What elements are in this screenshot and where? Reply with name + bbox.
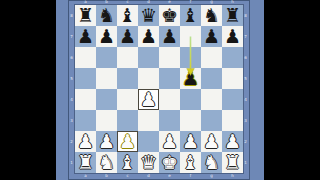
rank-label-right-2: 2 xyxy=(244,140,247,144)
board-background: ♜♞♝♛♚♝♞♜♟♟♟♟♟♟♟♟♟♟♟♟♟♟♟♟♜♞♝♛♚♝♞♜ aabbccd… xyxy=(56,0,264,180)
rank-label-left-2: 2 xyxy=(70,140,73,144)
square-a2[interactable]: ♟ xyxy=(75,131,96,152)
square-h6[interactable] xyxy=(222,47,243,68)
square-b5[interactable] xyxy=(96,68,117,89)
square-f2[interactable]: ♟ xyxy=(180,131,201,152)
square-h4[interactable] xyxy=(222,89,243,110)
file-label-top-d: d xyxy=(147,0,150,4)
rank-label-right-1: 1 xyxy=(244,161,247,165)
square-f5[interactable]: ♟ xyxy=(180,68,201,89)
square-f3[interactable] xyxy=(180,110,201,131)
square-g2[interactable]: ♟ xyxy=(201,131,222,152)
square-d3[interactable] xyxy=(138,110,159,131)
square-e1[interactable]: ♚ xyxy=(159,152,180,173)
piece-white-pawn: ♟ xyxy=(77,131,94,152)
piece-black-queen: ♛ xyxy=(140,5,157,26)
square-d7[interactable]: ♟ xyxy=(138,26,159,47)
square-b3[interactable] xyxy=(96,110,117,131)
rank-label-left-1: 1 xyxy=(70,161,73,165)
square-g3[interactable] xyxy=(201,110,222,131)
piece-black-pawn: ♟ xyxy=(98,26,115,47)
rank-label-left-5: 5 xyxy=(70,77,73,81)
piece-white-knight: ♞ xyxy=(98,152,115,173)
file-label-top-c: c xyxy=(126,0,128,4)
square-d2[interactable] xyxy=(138,131,159,152)
letterbox-right xyxy=(264,0,320,180)
square-h3[interactable] xyxy=(222,110,243,131)
rank-label-right-7: 7 xyxy=(244,35,247,39)
piece-white-pawn: ♟ xyxy=(203,131,220,152)
square-f4[interactable] xyxy=(180,89,201,110)
file-label-bottom-h: h xyxy=(231,174,234,178)
piece-black-pawn: ♟ xyxy=(224,26,241,47)
piece-white-bishop: ♝ xyxy=(119,152,136,173)
square-g7[interactable]: ♟ xyxy=(201,26,222,47)
file-label-bottom-f: f xyxy=(190,174,191,178)
rank-label-left-6: 6 xyxy=(70,56,73,60)
rank-label-left-7: 7 xyxy=(70,35,73,39)
piece-white-pawn: ♟ xyxy=(161,131,178,152)
piece-white-knight: ♞ xyxy=(203,152,220,173)
square-f8[interactable]: ♝ xyxy=(180,5,201,26)
piece-black-pawn: ♟ xyxy=(182,68,199,89)
piece-black-king: ♚ xyxy=(161,5,178,26)
piece-white-pawn: ♟ xyxy=(98,131,115,152)
square-a6[interactable] xyxy=(75,47,96,68)
piece-white-king: ♚ xyxy=(161,152,178,173)
rank-label-left-8: 8 xyxy=(70,14,73,18)
square-c3[interactable] xyxy=(117,110,138,131)
square-h2[interactable]: ♟ xyxy=(222,131,243,152)
piece-white-pawn: ♟ xyxy=(224,131,241,152)
square-f1[interactable]: ♝ xyxy=(180,152,201,173)
square-c6[interactable] xyxy=(117,47,138,68)
file-label-top-g: g xyxy=(210,0,213,4)
square-e3[interactable] xyxy=(159,110,180,131)
square-e4[interactable] xyxy=(159,89,180,110)
piece-black-rook: ♜ xyxy=(224,5,241,26)
square-d6[interactable] xyxy=(138,47,159,68)
square-d8[interactable]: ♛ xyxy=(138,5,159,26)
square-h7[interactable]: ♟ xyxy=(222,26,243,47)
piece-white-pawn: ♟ xyxy=(119,131,136,152)
square-g1[interactable]: ♞ xyxy=(201,152,222,173)
square-c5[interactable] xyxy=(117,68,138,89)
square-a7[interactable]: ♟ xyxy=(75,26,96,47)
square-e6[interactable] xyxy=(159,47,180,68)
file-label-top-b: b xyxy=(105,0,108,4)
rank-label-left-3: 3 xyxy=(70,119,73,123)
square-c7[interactable]: ♟ xyxy=(117,26,138,47)
file-label-bottom-c: c xyxy=(126,174,128,178)
square-g4[interactable] xyxy=(201,89,222,110)
square-b7[interactable]: ♟ xyxy=(96,26,117,47)
square-b1[interactable]: ♞ xyxy=(96,152,117,173)
letterbox-left xyxy=(0,0,56,180)
piece-black-bishop: ♝ xyxy=(119,5,136,26)
square-f7[interactable] xyxy=(180,26,201,47)
square-e2[interactable]: ♟ xyxy=(159,131,180,152)
piece-black-rook: ♜ xyxy=(77,5,94,26)
square-a8[interactable]: ♜ xyxy=(75,5,96,26)
square-d1[interactable]: ♛ xyxy=(138,152,159,173)
piece-black-knight: ♞ xyxy=(98,5,115,26)
rank-label-left-4: 4 xyxy=(70,98,73,102)
square-h8[interactable]: ♜ xyxy=(222,5,243,26)
square-c4[interactable] xyxy=(117,89,138,110)
file-label-bottom-a: a xyxy=(84,174,86,178)
file-label-bottom-g: g xyxy=(210,174,213,178)
piece-white-rook: ♜ xyxy=(224,152,241,173)
rank-label-right-6: 6 xyxy=(244,56,247,60)
file-label-bottom-d: d xyxy=(147,174,150,178)
chess-board: ♜♞♝♛♚♝♞♜♟♟♟♟♟♟♟♟♟♟♟♟♟♟♟♟♜♞♝♛♚♝♞♜ xyxy=(75,5,243,173)
rank-label-right-8: 8 xyxy=(244,14,247,18)
square-b6[interactable] xyxy=(96,47,117,68)
square-e7[interactable]: ♟ xyxy=(159,26,180,47)
square-b2[interactable]: ♟ xyxy=(96,131,117,152)
piece-black-pawn: ♟ xyxy=(203,26,220,47)
piece-white-pawn: ♟ xyxy=(182,131,199,152)
square-g5[interactable] xyxy=(201,68,222,89)
file-label-bottom-e: e xyxy=(168,174,170,178)
square-f6[interactable] xyxy=(180,47,201,68)
piece-white-bishop: ♝ xyxy=(182,152,199,173)
square-e5[interactable] xyxy=(159,68,180,89)
piece-black-pawn: ♟ xyxy=(140,26,157,47)
square-e8[interactable]: ♚ xyxy=(159,5,180,26)
square-c2[interactable]: ♟ xyxy=(117,131,138,152)
square-g6[interactable] xyxy=(201,47,222,68)
rank-label-right-5: 5 xyxy=(244,77,247,81)
square-b8[interactable]: ♞ xyxy=(96,5,117,26)
square-d5[interactable] xyxy=(138,68,159,89)
file-label-top-f: f xyxy=(190,0,191,4)
square-b4[interactable] xyxy=(96,89,117,110)
piece-black-pawn: ♟ xyxy=(161,26,178,47)
piece-white-queen: ♛ xyxy=(140,152,157,173)
file-label-top-a: a xyxy=(84,0,86,4)
piece-black-pawn: ♟ xyxy=(77,26,94,47)
video-frame: ♜♞♝♛♚♝♞♜♟♟♟♟♟♟♟♟♟♟♟♟♟♟♟♟♜♞♝♛♚♝♞♜ aabbccd… xyxy=(0,0,320,180)
square-c8[interactable]: ♝ xyxy=(117,5,138,26)
piece-white-rook: ♜ xyxy=(77,152,94,173)
piece-black-bishop: ♝ xyxy=(182,5,199,26)
rank-label-right-3: 3 xyxy=(244,119,247,123)
file-label-top-h: h xyxy=(231,0,234,4)
square-a1[interactable]: ♜ xyxy=(75,152,96,173)
file-label-top-e: e xyxy=(168,0,170,4)
file-label-bottom-b: b xyxy=(105,174,108,178)
piece-black-pawn: ♟ xyxy=(119,26,136,47)
square-d4[interactable]: ♟ xyxy=(138,89,159,110)
piece-black-knight: ♞ xyxy=(203,5,220,26)
piece-white-pawn: ♟ xyxy=(140,89,157,110)
square-a5[interactable] xyxy=(75,68,96,89)
square-c1[interactable]: ♝ xyxy=(117,152,138,173)
square-g8[interactable]: ♞ xyxy=(201,5,222,26)
square-a3[interactable] xyxy=(75,110,96,131)
square-a4[interactable] xyxy=(75,89,96,110)
square-h1[interactable]: ♜ xyxy=(222,152,243,173)
rank-label-right-4: 4 xyxy=(244,98,247,102)
square-h5[interactable] xyxy=(222,68,243,89)
